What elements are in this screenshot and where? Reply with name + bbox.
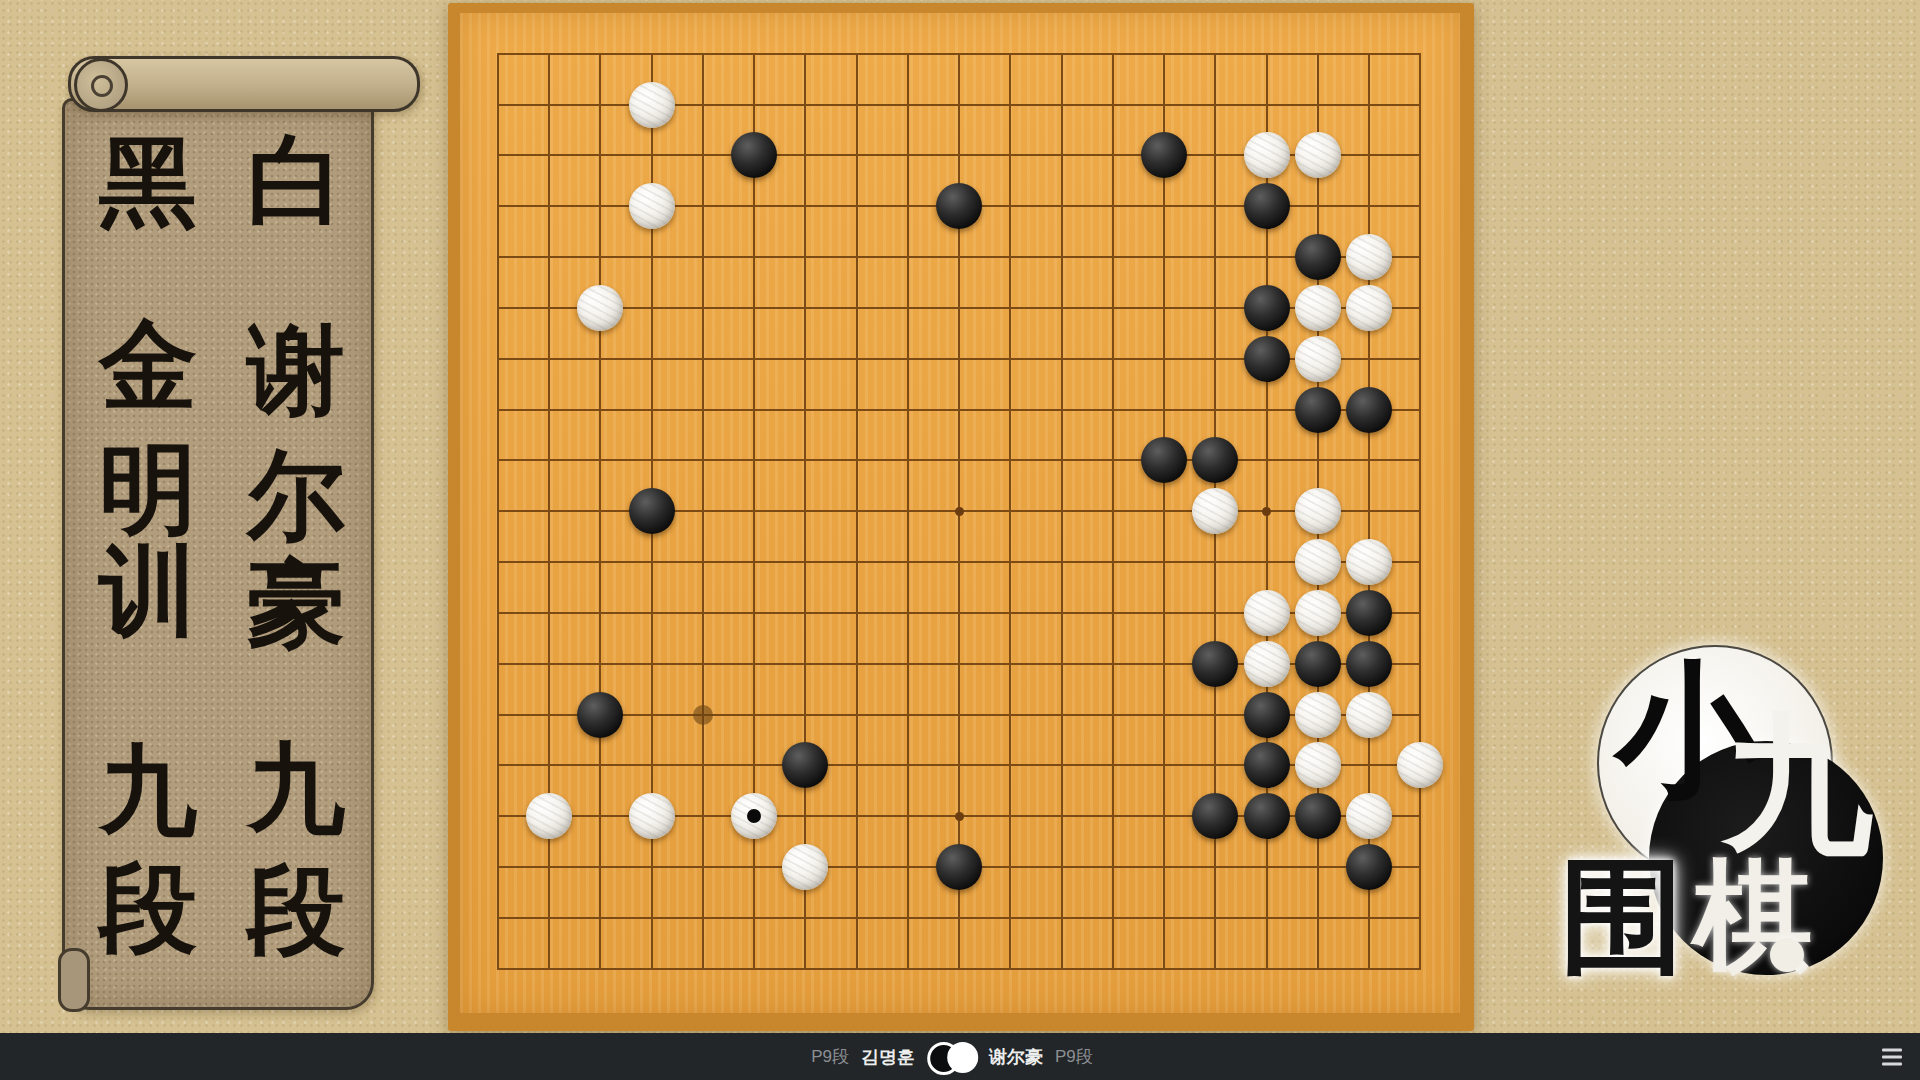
logo-small-white-stone	[1770, 938, 1804, 972]
stone-white	[782, 844, 828, 890]
stone-black	[1244, 742, 1290, 788]
hover-move-marker	[693, 705, 713, 725]
stone-white	[1346, 539, 1392, 585]
stone-black	[1346, 641, 1392, 687]
hamburger-menu-icon[interactable]	[1882, 1048, 1902, 1065]
logo-char-qi: 棋	[1668, 842, 1838, 1012]
grid-line-vertical	[1061, 53, 1063, 970]
white-name-char-1: 谢	[216, 315, 376, 427]
white-rank-char-1: 九	[216, 733, 376, 845]
grid-line-vertical	[1419, 53, 1421, 970]
stone-white	[1295, 336, 1341, 382]
stone-white	[1295, 539, 1341, 585]
stone-black	[1244, 183, 1290, 229]
stone-black	[1141, 437, 1187, 483]
white-rank-char-2: 段	[216, 855, 376, 967]
stone-white	[1346, 285, 1392, 331]
stone-black	[1244, 692, 1290, 738]
stone-white	[526, 793, 572, 839]
black-name-char-2: 明	[68, 434, 228, 546]
stone-white	[629, 82, 675, 128]
stone-black	[1244, 793, 1290, 839]
stone-black	[1244, 285, 1290, 331]
stone-white	[629, 183, 675, 229]
white-rank-badge: P9段	[1055, 1045, 1093, 1068]
stone-white	[731, 793, 777, 839]
black-player-name: 김명훈	[861, 1045, 915, 1069]
stone-black	[1295, 641, 1341, 687]
stone-white	[629, 793, 675, 839]
white-name-char-3: 豪	[216, 548, 376, 660]
last-move-marker	[747, 809, 761, 823]
stone-black	[1192, 641, 1238, 687]
stone-white	[1295, 285, 1341, 331]
grid-line-horizontal	[497, 561, 1422, 563]
black-rank-char-1: 九	[68, 735, 228, 847]
scroll-roller-curl	[74, 58, 128, 112]
stone-black	[1346, 590, 1392, 636]
black-name-char-1: 金	[68, 310, 228, 422]
bottom-bar: P9段 김명훈 谢尔豪 P9段	[0, 1033, 1920, 1080]
grid-line-horizontal	[497, 917, 1422, 919]
stone-white	[1295, 488, 1341, 534]
white-name-char-2: 尔	[216, 440, 376, 552]
stone-black	[1192, 793, 1238, 839]
stone-black	[577, 692, 623, 738]
stone-black	[936, 844, 982, 890]
stone-white	[1346, 234, 1392, 280]
stone-white	[1244, 641, 1290, 687]
stone-black	[1295, 234, 1341, 280]
star-point	[1262, 507, 1271, 516]
white-label-char: 白	[216, 125, 376, 237]
stone-black	[1295, 387, 1341, 433]
star-point	[955, 507, 964, 516]
stone-white	[1244, 132, 1290, 178]
black-white-stones-icon	[927, 1039, 977, 1075]
stone-white	[1295, 132, 1341, 178]
stone-white	[1192, 488, 1238, 534]
grid-line-horizontal	[497, 968, 1422, 970]
bottom-bar-players: P9段 김명훈 谢尔豪 P9段	[811, 1039, 1093, 1075]
stone-black	[1141, 132, 1187, 178]
grid-line-vertical	[1163, 53, 1165, 970]
stone-white	[1244, 590, 1290, 636]
black-rank-char-2: 段	[68, 853, 228, 965]
stone-black	[1192, 437, 1238, 483]
stone-white	[1295, 742, 1341, 788]
stone-white	[1295, 590, 1341, 636]
white-player-name: 谢尔豪	[989, 1045, 1043, 1069]
stone-black	[1295, 793, 1341, 839]
black-label-char: 黑	[68, 127, 228, 239]
stone-black	[629, 488, 675, 534]
stone-white	[1295, 692, 1341, 738]
stone-black	[936, 183, 982, 229]
star-point	[955, 812, 964, 821]
white-stone-icon	[947, 1042, 978, 1073]
stone-black	[1346, 844, 1392, 890]
stone-white	[1346, 793, 1392, 839]
stone-white	[1346, 692, 1392, 738]
stone-black	[1244, 336, 1290, 382]
black-rank-badge: P9段	[811, 1045, 849, 1068]
scroll-roller-curl-inner	[91, 75, 113, 97]
go-board[interactable]	[448, 3, 1474, 1031]
stone-black	[1346, 387, 1392, 433]
board-grid	[498, 54, 1421, 969]
stone-black	[782, 742, 828, 788]
app-root: 黑 金 明 训 九 段 白 谢 尔 豪 九 段 小 九 围 棋 P9段 김명훈	[0, 0, 1920, 1080]
black-name-char-3: 训	[68, 536, 228, 648]
grid-line-vertical	[1009, 53, 1011, 970]
grid-line-vertical	[1112, 53, 1114, 970]
stone-black	[731, 132, 777, 178]
stone-white	[577, 285, 623, 331]
